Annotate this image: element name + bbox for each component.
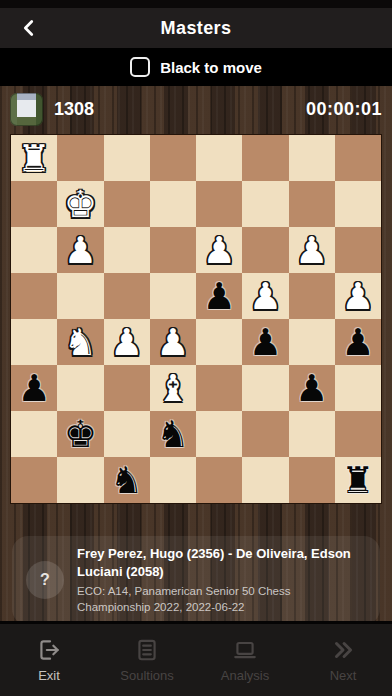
side-to-move-label: Black to move	[160, 59, 262, 76]
avatar	[10, 93, 43, 126]
chevron-left-icon	[18, 17, 40, 39]
square-h3[interactable]	[335, 365, 381, 411]
exit-icon	[36, 637, 62, 663]
solutions-icon	[134, 637, 160, 663]
nav-exit[interactable]: Exit	[0, 624, 98, 696]
black-pawn: ♟	[341, 324, 374, 361]
black-pawn: ♟	[249, 324, 282, 361]
square-d8[interactable]	[150, 135, 196, 181]
square-h1[interactable]: ♜	[335, 457, 381, 503]
square-e8[interactable]	[196, 135, 242, 181]
nav-solutions-label: Soultions	[120, 668, 173, 683]
square-f1[interactable]	[242, 457, 288, 503]
square-f3[interactable]	[242, 365, 288, 411]
square-d6[interactable]	[150, 227, 196, 273]
game-info-text: Frey Perez, Hugo (2356) - De Oliveira, E…	[77, 545, 366, 616]
square-a3[interactable]: ♟	[11, 365, 57, 411]
event-details: ECO: A14, Panamerican Senior 50 Chess Ch…	[77, 584, 366, 616]
white-pawn: ♟	[295, 232, 328, 269]
square-g3[interactable]: ♟	[289, 365, 335, 411]
square-f5[interactable]: ♟	[242, 273, 288, 319]
puzzle-rating: 1308	[54, 99, 94, 120]
black-king: ♚	[64, 416, 97, 453]
page-title: Masters	[161, 18, 232, 39]
square-h2[interactable]	[335, 411, 381, 457]
square-f2[interactable]	[242, 411, 288, 457]
square-a6[interactable]	[11, 227, 57, 273]
black-pawn: ♟	[203, 278, 236, 315]
square-e6[interactable]: ♟	[196, 227, 242, 273]
square-f4[interactable]: ♟	[242, 319, 288, 365]
chess-board: ♜♚♟♟♟♟♟♟♞♟♟♟♟♟♝♟♚♞♞♜	[10, 134, 382, 504]
black-knight: ♞	[110, 462, 143, 499]
nav-analysis-label: Analysis	[221, 668, 269, 683]
square-c2[interactable]	[104, 411, 150, 457]
players-names: Frey Perez, Hugo (2356) - De Oliveira, E…	[77, 545, 366, 582]
square-c6[interactable]	[104, 227, 150, 273]
nav-exit-label: Exit	[38, 668, 60, 683]
nav-solutions[interactable]: Soultions	[98, 624, 196, 696]
square-c8[interactable]	[104, 135, 150, 181]
bottom-nav: Exit Soultions Analysis Next	[0, 621, 392, 696]
square-b5[interactable]	[57, 273, 103, 319]
black-rook: ♜	[341, 462, 374, 499]
square-f7[interactable]	[242, 181, 288, 227]
app-root: Masters Black to move 1308 00:00:01 ♜♚♟♟…	[0, 0, 392, 696]
black-to-move-checkbox[interactable]	[130, 57, 150, 77]
square-h8[interactable]	[335, 135, 381, 181]
square-c3[interactable]	[104, 365, 150, 411]
square-a7[interactable]	[11, 181, 57, 227]
square-f6[interactable]	[242, 227, 288, 273]
wood-background: 1308 00:00:01 ♜♚♟♟♟♟♟♟♞♟♟♟♟♟♝♟♚♞♞♜ ? Fre…	[0, 86, 392, 621]
nav-analysis[interactable]: Analysis	[196, 624, 294, 696]
white-pawn: ♟	[341, 278, 374, 315]
square-g1[interactable]	[289, 457, 335, 503]
square-b7[interactable]: ♚	[57, 181, 103, 227]
black-knight: ♞	[156, 416, 189, 453]
timer: 00:00:01	[306, 99, 382, 120]
white-pawn: ♟	[110, 324, 143, 361]
square-b4[interactable]: ♞	[57, 319, 103, 365]
square-h6[interactable]	[335, 227, 381, 273]
analysis-icon	[232, 637, 258, 663]
square-g5[interactable]	[289, 273, 335, 319]
square-g2[interactable]	[289, 411, 335, 457]
white-pawn: ♟	[64, 232, 97, 269]
square-d3[interactable]: ♝	[150, 365, 196, 411]
square-d7[interactable]	[150, 181, 196, 227]
square-g8[interactable]	[289, 135, 335, 181]
nav-next-label: Next	[330, 668, 357, 683]
white-king: ♚	[64, 186, 97, 223]
white-pawn: ♟	[249, 278, 282, 315]
puzzle-status-row: 1308 00:00:01	[0, 86, 392, 132]
square-f8[interactable]	[242, 135, 288, 181]
header: Masters	[0, 8, 392, 48]
white-pawn: ♟	[203, 232, 236, 269]
square-c1[interactable]: ♞	[104, 457, 150, 503]
square-g7[interactable]	[289, 181, 335, 227]
square-b1[interactable]	[57, 457, 103, 503]
square-a5[interactable]	[11, 273, 57, 319]
square-b8[interactable]	[57, 135, 103, 181]
square-d4[interactable]: ♟	[150, 319, 196, 365]
square-e5[interactable]: ♟	[196, 273, 242, 319]
black-pawn: ♟	[18, 370, 51, 407]
white-pawn: ♟	[156, 324, 189, 361]
square-c4[interactable]: ♟	[104, 319, 150, 365]
square-c7[interactable]	[104, 181, 150, 227]
nav-next[interactable]: Next	[294, 624, 392, 696]
white-knight: ♞	[64, 324, 97, 361]
square-e4[interactable]	[196, 319, 242, 365]
square-a8[interactable]: ♜	[11, 135, 57, 181]
square-b3[interactable]	[57, 365, 103, 411]
side-to-move-strip: Black to move	[0, 48, 392, 86]
white-bishop: ♝	[156, 370, 189, 407]
game-info-card[interactable]: ? Frey Perez, Hugo (2356) - De Oliveira,…	[12, 536, 380, 621]
square-h5[interactable]: ♟	[335, 273, 381, 319]
square-c5[interactable]	[104, 273, 150, 319]
square-e3[interactable]	[196, 365, 242, 411]
square-e7[interactable]	[196, 181, 242, 227]
square-b2[interactable]: ♚	[57, 411, 103, 457]
square-g4[interactable]	[289, 319, 335, 365]
next-double-chevron-icon	[330, 637, 356, 663]
square-e1[interactable]	[196, 457, 242, 503]
square-d2[interactable]: ♞	[150, 411, 196, 457]
status-bar	[0, 0, 392, 8]
square-a1[interactable]	[11, 457, 57, 503]
square-d1[interactable]	[150, 457, 196, 503]
back-button[interactable]	[10, 8, 48, 48]
square-b6[interactable]: ♟	[57, 227, 103, 273]
square-h7[interactable]	[335, 181, 381, 227]
square-h4[interactable]: ♟	[335, 319, 381, 365]
square-d5[interactable]	[150, 273, 196, 319]
square-a2[interactable]	[11, 411, 57, 457]
square-a4[interactable]	[11, 319, 57, 365]
square-g6[interactable]: ♟	[289, 227, 335, 273]
black-pawn: ♟	[295, 370, 328, 407]
square-e2[interactable]	[196, 411, 242, 457]
hint-question-icon[interactable]: ?	[26, 561, 64, 599]
white-rook: ♜	[18, 140, 51, 177]
